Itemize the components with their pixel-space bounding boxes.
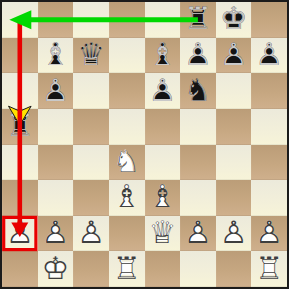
square-g6[interactable] — [216, 73, 252, 109]
square-d7[interactable] — [109, 38, 145, 74]
piece-black-pawn-h7[interactable]: ♟♙ — [251, 38, 287, 74]
piece-white-bishop-d3[interactable]: ♝♗ — [109, 180, 145, 216]
square-a2[interactable]: ♟♙ — [2, 216, 38, 252]
piece-black-pawn-g7[interactable]: ♟♙ — [216, 38, 252, 74]
square-c2[interactable]: ♟♙ — [73, 216, 109, 252]
square-h5[interactable] — [251, 109, 287, 145]
queen-glyph-outline: ♕ — [148, 217, 176, 248]
square-g4[interactable] — [216, 145, 252, 181]
piece-white-rook-d1[interactable]: ♜♖ — [109, 251, 145, 287]
square-b8[interactable] — [38, 2, 74, 38]
square-e8[interactable] — [145, 2, 181, 38]
square-c8[interactable] — [73, 2, 109, 38]
square-c1[interactable] — [73, 251, 109, 287]
square-g5[interactable] — [216, 109, 252, 145]
square-f8[interactable]: ♜♖ — [180, 2, 216, 38]
piece-black-bishop-e7[interactable]: ♝♗ — [145, 38, 181, 74]
square-h2[interactable]: ♟♙ — [251, 216, 287, 252]
square-a6[interactable] — [2, 73, 38, 109]
piece-black-king-g8[interactable]: ♚♔ — [216, 2, 252, 38]
square-c6[interactable] — [73, 73, 109, 109]
square-f6[interactable]: ♞♘ — [180, 73, 216, 109]
piece-white-pawn-h2[interactable]: ♟♙ — [251, 216, 287, 252]
square-e6[interactable]: ♟♙ — [145, 73, 181, 109]
square-b6[interactable]: ♟♙ — [38, 73, 74, 109]
square-c4[interactable] — [73, 145, 109, 181]
square-b7[interactable]: ♝♗ — [38, 38, 74, 74]
piece-white-pawn-c2[interactable]: ♟♙ — [73, 216, 109, 252]
piece-black-knight-f6[interactable]: ♞♘ — [180, 73, 216, 109]
square-b5[interactable] — [38, 109, 74, 145]
pawn-glyph-outline: ♙ — [184, 39, 212, 70]
square-h4[interactable] — [251, 145, 287, 181]
piece-white-pawn-b2[interactable]: ♟♙ — [38, 216, 74, 252]
bishop-glyph-outline: ♗ — [148, 181, 176, 212]
square-a4[interactable] — [2, 145, 38, 181]
square-b2[interactable]: ♟♙ — [38, 216, 74, 252]
pawn-glyph-outline: ♙ — [220, 39, 248, 70]
chess-board: ♜♖♚♔♝♗♛♕♝♗♟♙♟♙♟♙♟♙♟♙♞♘♜♖♞♘♝♗♝♗♟♙♟♙♟♙♛♕♟♙… — [0, 0, 289, 289]
square-e1[interactable] — [145, 251, 181, 287]
square-c7[interactable]: ♛♕ — [73, 38, 109, 74]
square-h1[interactable]: ♜♖ — [251, 251, 287, 287]
square-e4[interactable] — [145, 145, 181, 181]
piece-black-pawn-b6[interactable]: ♟♙ — [38, 73, 74, 109]
pawn-glyph-outline: ♙ — [6, 217, 34, 248]
square-d2[interactable] — [109, 216, 145, 252]
pawn-glyph-outline: ♙ — [42, 75, 70, 106]
square-f3[interactable] — [180, 180, 216, 216]
square-d5[interactable] — [109, 109, 145, 145]
square-g1[interactable] — [216, 251, 252, 287]
square-e7[interactable]: ♝♗ — [145, 38, 181, 74]
square-a8[interactable] — [2, 2, 38, 38]
piece-white-pawn-a2[interactable]: ♟♙ — [2, 216, 38, 252]
square-h3[interactable] — [251, 180, 287, 216]
piece-black-rook-a5[interactable]: ♜♖ — [2, 109, 38, 145]
square-e5[interactable] — [145, 109, 181, 145]
pawn-glyph-outline: ♙ — [255, 217, 283, 248]
square-d6[interactable] — [109, 73, 145, 109]
square-h6[interactable] — [251, 73, 287, 109]
queen-glyph-outline: ♕ — [77, 39, 105, 70]
square-h8[interactable] — [251, 2, 287, 38]
square-f5[interactable] — [180, 109, 216, 145]
piece-black-bishop-b7[interactable]: ♝♗ — [38, 38, 74, 74]
rook-glyph-outline: ♖ — [255, 253, 283, 284]
square-d8[interactable] — [109, 2, 145, 38]
king-glyph-outline: ♔ — [220, 3, 248, 34]
king-glyph-outline: ♔ — [42, 253, 70, 284]
square-h7[interactable]: ♟♙ — [251, 38, 287, 74]
piece-white-bishop-e3[interactable]: ♝♗ — [145, 180, 181, 216]
square-f7[interactable]: ♟♙ — [180, 38, 216, 74]
square-a5[interactable]: ♜♖ — [2, 109, 38, 145]
square-e3[interactable]: ♝♗ — [145, 180, 181, 216]
pawn-glyph-outline: ♙ — [77, 217, 105, 248]
knight-glyph-outline: ♘ — [113, 146, 141, 177]
piece-white-king-b1[interactable]: ♚♔ — [38, 251, 74, 287]
square-g8[interactable]: ♚♔ — [216, 2, 252, 38]
knight-glyph-outline: ♘ — [184, 75, 212, 106]
piece-black-pawn-e6[interactable]: ♟♙ — [145, 73, 181, 109]
pawn-glyph-outline: ♙ — [255, 39, 283, 70]
square-d3[interactable]: ♝♗ — [109, 180, 145, 216]
square-a1[interactable] — [2, 251, 38, 287]
square-c5[interactable] — [73, 109, 109, 145]
square-b3[interactable] — [38, 180, 74, 216]
square-f4[interactable] — [180, 145, 216, 181]
pawn-glyph-outline: ♙ — [220, 217, 248, 248]
piece-white-knight-d4[interactable]: ♞♘ — [109, 145, 145, 181]
piece-white-pawn-f2[interactable]: ♟♙ — [180, 216, 216, 252]
piece-black-rook-f8[interactable]: ♜♖ — [180, 2, 216, 38]
square-e2[interactable]: ♛♕ — [145, 216, 181, 252]
square-g3[interactable] — [216, 180, 252, 216]
bishop-glyph-outline: ♗ — [42, 39, 70, 70]
rook-glyph-outline: ♖ — [6, 110, 34, 141]
square-d4[interactable]: ♞♘ — [109, 145, 145, 181]
rook-glyph-outline: ♖ — [184, 3, 212, 34]
piece-white-rook-h1[interactable]: ♜♖ — [251, 251, 287, 287]
square-b1[interactable]: ♚♔ — [38, 251, 74, 287]
square-a3[interactable] — [2, 180, 38, 216]
square-g7[interactable]: ♟♙ — [216, 38, 252, 74]
square-b4[interactable] — [38, 145, 74, 181]
pawn-glyph-outline: ♙ — [42, 217, 70, 248]
piece-black-queen-c7[interactable]: ♛♕ — [73, 38, 109, 74]
pawn-glyph-outline: ♙ — [184, 217, 212, 248]
square-f2[interactable]: ♟♙ — [180, 216, 216, 252]
rook-glyph-outline: ♖ — [113, 253, 141, 284]
square-a7[interactable] — [2, 38, 38, 74]
piece-white-pawn-g2[interactable]: ♟♙ — [216, 216, 252, 252]
square-f1[interactable] — [180, 251, 216, 287]
pawn-glyph-outline: ♙ — [148, 75, 176, 106]
bishop-glyph-outline: ♗ — [113, 181, 141, 212]
square-c3[interactable] — [73, 180, 109, 216]
piece-black-pawn-f7[interactable]: ♟♙ — [180, 38, 216, 74]
bishop-glyph-outline: ♗ — [148, 39, 176, 70]
square-g2[interactable]: ♟♙ — [216, 216, 252, 252]
square-d1[interactable]: ♜♖ — [109, 251, 145, 287]
piece-white-queen-e2[interactable]: ♛♕ — [145, 216, 181, 252]
